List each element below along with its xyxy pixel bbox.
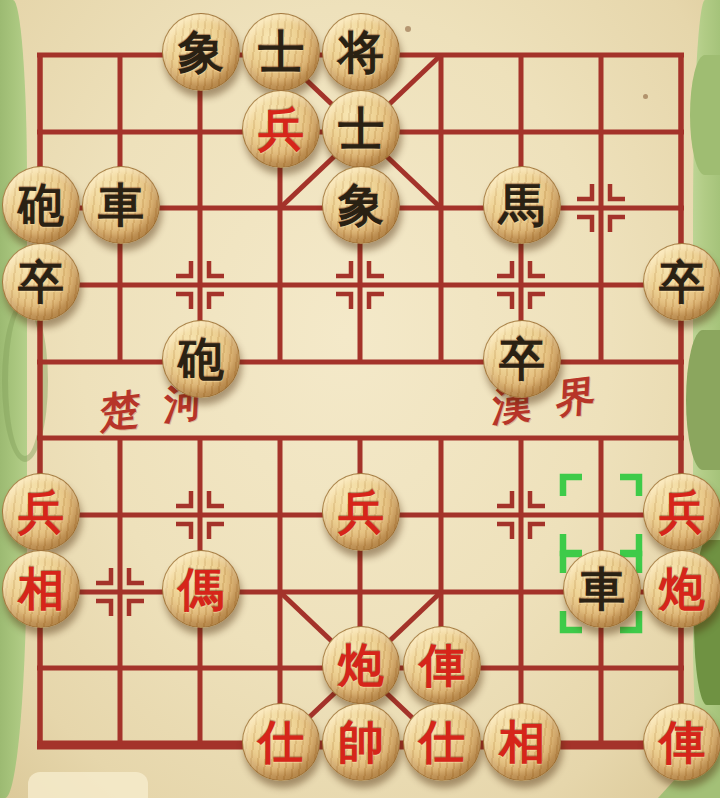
position-marker [610,217,625,232]
piece-black-soldier[interactable]: 卒 [483,320,561,398]
piece-glyph: 砲 [18,167,64,243]
position-marker [530,294,545,309]
position-marker [369,261,384,276]
position-marker [369,294,384,309]
piece-red-chariot[interactable]: 俥 [403,626,481,704]
position-marker [96,601,111,616]
piece-glyph: 傌 [178,551,224,627]
piece-glyph: 俥 [419,627,465,703]
piece-glyph: 将 [338,14,384,90]
piece-red-advisor[interactable]: 仕 [242,703,320,781]
piece-glyph: 卒 [499,321,545,397]
piece-red-cannon[interactable]: 炮 [322,626,400,704]
piece-glyph: 車 [98,167,144,243]
position-marker [129,568,144,583]
xiangqi-board: 楚河 漢界 象士将兵士砲車象馬卒卒砲卒兵兵兵相傌車炮炮俥仕帥仕相俥 [0,0,720,798]
piece-glyph: 兵 [338,474,384,550]
position-marker [176,491,191,506]
position-marker [577,217,592,232]
piece-black-general[interactable]: 将 [322,13,400,91]
piece-black-soldier[interactable]: 卒 [643,243,720,321]
position-marker [497,524,512,539]
piece-glyph: 卒 [659,244,705,320]
position-marker [209,524,224,539]
position-marker [336,294,351,309]
piece-glyph: 象 [338,167,384,243]
piece-red-elephant[interactable]: 相 [483,703,561,781]
piece-black-chariot[interactable]: 車 [82,166,160,244]
piece-red-horse[interactable]: 傌 [162,550,240,628]
piece-glyph: 砲 [178,321,224,397]
piece-red-chariot[interactable]: 俥 [643,703,720,781]
piece-glyph: 馬 [499,167,545,243]
piece-red-cannon[interactable]: 炮 [643,550,720,628]
position-marker [530,491,545,506]
piece-glyph: 俥 [659,704,705,780]
piece-red-soldier[interactable]: 兵 [643,473,720,551]
piece-black-horse[interactable]: 馬 [483,166,561,244]
piece-red-general[interactable]: 帥 [322,703,400,781]
position-marker [176,294,191,309]
position-marker [209,294,224,309]
position-marker [530,524,545,539]
piece-glyph: 兵 [258,91,304,167]
piece-black-cannon[interactable]: 砲 [2,166,80,244]
piece-black-advisor[interactable]: 士 [322,90,400,168]
position-marker [209,261,224,276]
piece-black-elephant[interactable]: 象 [162,13,240,91]
position-marker [129,601,144,616]
piece-glyph: 帥 [338,704,384,780]
position-marker [577,184,592,199]
piece-glyph: 士 [338,91,384,167]
piece-red-elephant[interactable]: 相 [2,550,80,628]
piece-glyph: 仕 [419,704,465,780]
piece-glyph: 卒 [18,244,64,320]
piece-glyph: 炮 [659,551,705,627]
position-marker [176,524,191,539]
position-marker [336,261,351,276]
position-marker [96,568,111,583]
piece-black-elephant[interactable]: 象 [322,166,400,244]
piece-glyph: 象 [178,14,224,90]
position-marker [497,294,512,309]
piece-red-advisor[interactable]: 仕 [403,703,481,781]
position-marker [610,184,625,199]
piece-glyph: 炮 [338,627,384,703]
piece-black-soldier[interactable]: 卒 [2,243,80,321]
piece-glyph: 兵 [18,474,64,550]
piece-glyph: 士 [258,14,304,90]
position-marker [497,261,512,276]
position-marker [497,491,512,506]
piece-glyph: 兵 [659,474,705,550]
piece-glyph: 相 [499,704,545,780]
piece-red-soldier[interactable]: 兵 [2,473,80,551]
position-marker [176,261,191,276]
piece-red-soldier[interactable]: 兵 [242,90,320,168]
position-marker [530,261,545,276]
piece-black-cannon[interactable]: 砲 [162,320,240,398]
piece-red-soldier[interactable]: 兵 [322,473,400,551]
piece-black-advisor[interactable]: 士 [242,13,320,91]
piece-black-chariot[interactable]: 車 [563,550,641,628]
piece-glyph: 相 [18,551,64,627]
piece-glyph: 仕 [258,704,304,780]
position-marker [209,491,224,506]
piece-glyph: 車 [579,551,625,627]
